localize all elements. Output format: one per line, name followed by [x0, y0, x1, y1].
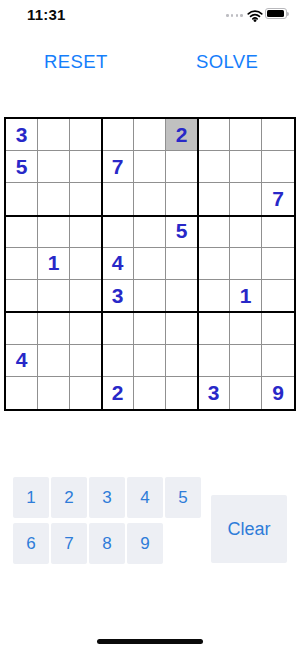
- cell-r7c4[interactable]: [102, 312, 134, 344]
- box-separator-horizontal-2: [6, 311, 294, 313]
- numpad-button-4[interactable]: 4: [127, 477, 163, 518]
- cell-r8c7[interactable]: [198, 345, 230, 377]
- cell-r9c8[interactable]: [230, 377, 262, 409]
- cell-r2c6[interactable]: [166, 151, 198, 183]
- cell-r3c9[interactable]: 7: [262, 183, 294, 215]
- numpad-button-5[interactable]: 5: [165, 477, 201, 518]
- cell-r9c1[interactable]: [6, 377, 38, 409]
- box-separator-vertical-2: [197, 119, 199, 409]
- box-separator-horizontal-1: [6, 215, 294, 217]
- cell-r8c6[interactable]: [166, 345, 198, 377]
- numpad-button-1[interactable]: 1: [13, 477, 49, 518]
- cell-r5c4[interactable]: 4: [102, 248, 134, 280]
- cell-r5c7[interactable]: [198, 248, 230, 280]
- cell-r1c4[interactable]: [102, 119, 134, 151]
- cell-r4c7[interactable]: [198, 216, 230, 248]
- numpad-button-2[interactable]: 2: [51, 477, 87, 518]
- cell-r8c8[interactable]: [230, 345, 262, 377]
- cell-r7c2[interactable]: [38, 312, 70, 344]
- cell-r2c9[interactable]: [262, 151, 294, 183]
- cell-r9c5[interactable]: [134, 377, 166, 409]
- reset-button[interactable]: RESET: [44, 51, 108, 73]
- cell-r5c2[interactable]: 1: [38, 248, 70, 280]
- cell-r4c6[interactable]: 5: [166, 216, 198, 248]
- cell-r1c5[interactable]: [134, 119, 166, 151]
- cell-r5c3[interactable]: [70, 248, 102, 280]
- cell-r5c8[interactable]: [230, 248, 262, 280]
- clear-button[interactable]: Clear: [211, 495, 287, 563]
- cell-r6c9[interactable]: [262, 280, 294, 312]
- cell-r6c3[interactable]: [70, 280, 102, 312]
- cell-r6c7[interactable]: [198, 280, 230, 312]
- cell-r4c1[interactable]: [6, 216, 38, 248]
- wifi-icon: [247, 8, 263, 26]
- numpad-button-7[interactable]: 7: [51, 523, 87, 564]
- cell-r8c9[interactable]: [262, 345, 294, 377]
- cell-r1c8[interactable]: [230, 119, 262, 151]
- status-bar: 11:31: [0, 0, 300, 28]
- sudoku-board: 32577514314239: [4, 117, 296, 411]
- cell-r4c4[interactable]: [102, 216, 134, 248]
- cell-r3c7[interactable]: [198, 183, 230, 215]
- cell-r6c4[interactable]: 3: [102, 280, 134, 312]
- cell-r3c4[interactable]: [102, 183, 134, 215]
- cell-r7c6[interactable]: [166, 312, 198, 344]
- numpad-button-3[interactable]: 3: [89, 477, 125, 518]
- cell-r2c2[interactable]: [38, 151, 70, 183]
- numpad-button-9[interactable]: 9: [127, 523, 163, 564]
- cell-r1c3[interactable]: [70, 119, 102, 151]
- clock-text: 11:31: [27, 6, 66, 23]
- cell-r2c5[interactable]: [134, 151, 166, 183]
- cell-r7c3[interactable]: [70, 312, 102, 344]
- cell-r7c9[interactable]: [262, 312, 294, 344]
- cell-r5c1[interactable]: [6, 248, 38, 280]
- box-separator-vertical-1: [101, 119, 103, 409]
- cell-r2c8[interactable]: [230, 151, 262, 183]
- cell-r2c4[interactable]: 7: [102, 151, 134, 183]
- cell-r8c1[interactable]: 4: [6, 345, 38, 377]
- cellular-signal-icon: [226, 14, 243, 17]
- cell-r2c3[interactable]: [70, 151, 102, 183]
- cell-r9c3[interactable]: [70, 377, 102, 409]
- cell-r4c3[interactable]: [70, 216, 102, 248]
- cell-r6c8[interactable]: 1: [230, 280, 262, 312]
- cell-r7c5[interactable]: [134, 312, 166, 344]
- cell-r5c9[interactable]: [262, 248, 294, 280]
- cell-r1c1[interactable]: 3: [6, 119, 38, 151]
- cell-r9c2[interactable]: [38, 377, 70, 409]
- cell-r9c6[interactable]: [166, 377, 198, 409]
- cell-r1c9[interactable]: [262, 119, 294, 151]
- cell-r6c2[interactable]: [38, 280, 70, 312]
- numpad-button-8[interactable]: 8: [89, 523, 125, 564]
- battery-icon: [265, 8, 287, 19]
- cell-r3c1[interactable]: [6, 183, 38, 215]
- cell-r3c5[interactable]: [134, 183, 166, 215]
- cell-r1c2[interactable]: [38, 119, 70, 151]
- number-pad-row-2: 6789: [13, 523, 201, 564]
- number-pad: 12345 6789: [13, 477, 201, 564]
- cell-r3c2[interactable]: [38, 183, 70, 215]
- cell-r8c5[interactable]: [134, 345, 166, 377]
- cell-r5c6[interactable]: [166, 248, 198, 280]
- cell-r5c5[interactable]: [134, 248, 166, 280]
- cell-r8c2[interactable]: [38, 345, 70, 377]
- cell-r3c3[interactable]: [70, 183, 102, 215]
- cell-r3c8[interactable]: [230, 183, 262, 215]
- cell-r8c3[interactable]: [70, 345, 102, 377]
- home-indicator[interactable]: [97, 639, 203, 644]
- cell-r6c1[interactable]: [6, 280, 38, 312]
- cell-r8c4[interactable]: [102, 345, 134, 377]
- cell-r9c4[interactable]: 2: [102, 377, 134, 409]
- cell-r4c5[interactable]: [134, 216, 166, 248]
- cell-r2c1[interactable]: 5: [6, 151, 38, 183]
- cell-r6c5[interactable]: [134, 280, 166, 312]
- cell-r3c6[interactable]: [166, 183, 198, 215]
- cell-r4c8[interactable]: [230, 216, 262, 248]
- cell-r7c1[interactable]: [6, 312, 38, 344]
- number-pad-row-1: 12345: [13, 477, 201, 518]
- cell-r1c7[interactable]: [198, 119, 230, 151]
- cell-r6c6[interactable]: [166, 280, 198, 312]
- numpad-button-6[interactable]: 6: [13, 523, 49, 564]
- cell-r7c7[interactable]: [198, 312, 230, 344]
- app-screen: 11:31 RESET SOLVE 32577514314239 12345 6…: [0, 0, 300, 649]
- cell-r1c6[interactable]: 2: [166, 119, 198, 151]
- cell-r4c9[interactable]: [262, 216, 294, 248]
- cell-r9c7[interactable]: 3: [198, 377, 230, 409]
- cell-r7c8[interactable]: [230, 312, 262, 344]
- solve-button[interactable]: SOLVE: [196, 51, 258, 73]
- cell-r2c7[interactable]: [198, 151, 230, 183]
- cell-r4c2[interactable]: [38, 216, 70, 248]
- cell-r9c9[interactable]: 9: [262, 377, 294, 409]
